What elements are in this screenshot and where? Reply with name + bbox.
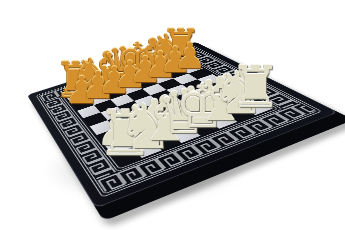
chess-set-photo: ♜♞♝♛♚♝♞♜♟♟♟♟♟♟♟♟♟♟♟♟♟♟♟♟♜♞♝♛♚♝♞♜ <box>0 0 345 230</box>
